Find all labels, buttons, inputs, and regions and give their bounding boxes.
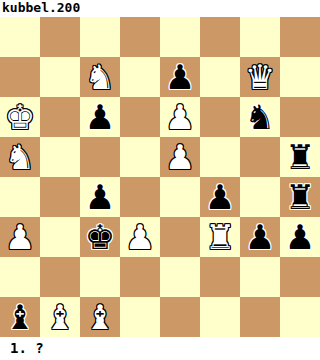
square-f8[interactable] [200,17,240,57]
square-c5[interactable] [80,137,120,177]
square-d7[interactable] [120,57,160,97]
piece-bR-h4[interactable]: ♜ [285,177,315,217]
square-g7[interactable]: ♛ [240,57,280,97]
square-b7[interactable] [40,57,80,97]
piece-wB-c1[interactable]: ♝ [85,297,115,337]
square-b6[interactable] [40,97,80,137]
square-a6[interactable]: ♚ [0,97,40,137]
piece-bP-c4[interactable]: ♟ [85,177,115,217]
square-e7[interactable]: ♟ [160,57,200,97]
square-g1[interactable] [240,297,280,337]
square-d8[interactable] [120,17,160,57]
square-f1[interactable] [200,297,240,337]
square-h2[interactable] [280,257,320,297]
piece-wP-e6[interactable]: ♟ [165,97,195,137]
square-c1[interactable]: ♝ [80,297,120,337]
square-c2[interactable] [80,257,120,297]
square-e4[interactable] [160,177,200,217]
square-a4[interactable] [0,177,40,217]
square-b4[interactable] [40,177,80,217]
piece-bN-g6[interactable]: ♞ [245,97,275,137]
piece-wB-b1[interactable]: ♝ [45,297,75,337]
piece-bP-f4[interactable]: ♟ [205,177,235,217]
square-b1[interactable]: ♝ [40,297,80,337]
square-c4[interactable]: ♟ [80,177,120,217]
square-d2[interactable] [120,257,160,297]
square-h4[interactable]: ♜ [280,177,320,217]
square-c8[interactable] [80,17,120,57]
move-prompt: 1. ? [0,337,320,360]
puzzle-title: kubbel.200 [0,0,320,17]
square-g2[interactable] [240,257,280,297]
square-a8[interactable] [0,17,40,57]
square-b5[interactable] [40,137,80,177]
piece-wP-e5[interactable]: ♟ [165,137,195,177]
square-g8[interactable] [240,17,280,57]
chess-board: ♞♟♛♚♟♟♞♞♟♜♟♟♜♟♚♟♜♟♟♝♝♝ [0,17,320,337]
square-f4[interactable]: ♟ [200,177,240,217]
square-a2[interactable] [0,257,40,297]
piece-bP-h3[interactable]: ♟ [285,217,315,257]
piece-bB-a1[interactable]: ♝ [5,297,35,337]
piece-bR-h5[interactable]: ♜ [285,137,315,177]
square-h8[interactable] [280,17,320,57]
square-c6[interactable]: ♟ [80,97,120,137]
square-a3[interactable]: ♟ [0,217,40,257]
piece-bP-e7[interactable]: ♟ [165,57,195,97]
square-h1[interactable] [280,297,320,337]
piece-wQ-g7[interactable]: ♛ [245,57,275,97]
square-g6[interactable]: ♞ [240,97,280,137]
square-e1[interactable] [160,297,200,337]
square-a5[interactable]: ♞ [0,137,40,177]
square-f7[interactable] [200,57,240,97]
square-g3[interactable]: ♟ [240,217,280,257]
piece-wP-d3[interactable]: ♟ [125,217,155,257]
square-d5[interactable] [120,137,160,177]
square-g5[interactable] [240,137,280,177]
square-e5[interactable]: ♟ [160,137,200,177]
square-f6[interactable] [200,97,240,137]
square-f2[interactable] [200,257,240,297]
square-f5[interactable] [200,137,240,177]
piece-wP-a3[interactable]: ♟ [5,217,35,257]
square-b3[interactable] [40,217,80,257]
square-h7[interactable] [280,57,320,97]
square-h3[interactable]: ♟ [280,217,320,257]
piece-bK-c3[interactable]: ♚ [85,217,115,257]
piece-wN-c7[interactable]: ♞ [85,57,115,97]
square-e2[interactable] [160,257,200,297]
square-d4[interactable] [120,177,160,217]
piece-wN-a5[interactable]: ♞ [5,137,35,177]
square-g4[interactable] [240,177,280,217]
square-c3[interactable]: ♚ [80,217,120,257]
square-h6[interactable] [280,97,320,137]
square-d6[interactable] [120,97,160,137]
piece-wR-f3[interactable]: ♜ [205,217,235,257]
square-e8[interactable] [160,17,200,57]
square-a1[interactable]: ♝ [0,297,40,337]
piece-bP-g3[interactable]: ♟ [245,217,275,257]
square-f3[interactable]: ♜ [200,217,240,257]
square-e3[interactable] [160,217,200,257]
square-e6[interactable]: ♟ [160,97,200,137]
square-b2[interactable] [40,257,80,297]
square-c7[interactable]: ♞ [80,57,120,97]
square-a7[interactable] [0,57,40,97]
piece-wK-a6[interactable]: ♚ [5,97,35,137]
square-d3[interactable]: ♟ [120,217,160,257]
square-h5[interactable]: ♜ [280,137,320,177]
piece-bP-c6[interactable]: ♟ [85,97,115,137]
square-b8[interactable] [40,17,80,57]
square-d1[interactable] [120,297,160,337]
